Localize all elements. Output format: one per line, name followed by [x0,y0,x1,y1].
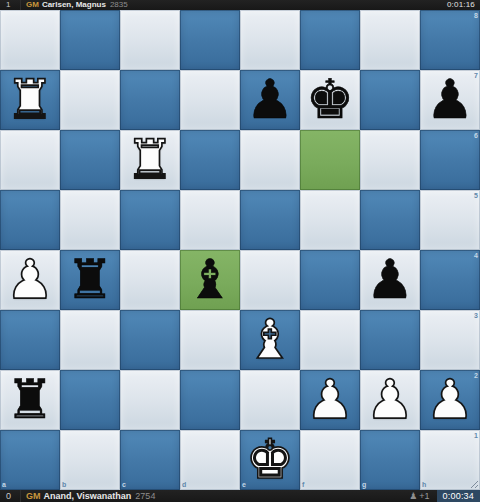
piece-white-rook[interactable]: ♜ [126,130,174,190]
piece-black-rook[interactable]: ♜ [6,370,54,430]
material-advantage: ♟ +1 [409,490,429,502]
square-d7[interactable] [180,70,240,130]
square-a5[interactable] [0,190,60,250]
file-label-c: c [122,481,126,488]
material-advantage-value: +1 [419,490,429,502]
piece-black-pawn[interactable]: ♟ [426,70,474,130]
square-f1[interactable]: f [300,430,360,490]
separator [20,490,21,502]
piece-white-pawn[interactable]: ♟ [6,250,54,310]
chess-board[interactable]: 8♜♟♚♟7♜65♟♜♝♟4♝3♜♟♟♟2abcd♚efgh1 [0,10,480,490]
square-a7[interactable]: ♜ [0,70,60,130]
square-b7[interactable] [60,70,120,130]
rank-label-3: 3 [474,312,478,319]
piece-white-pawn[interactable]: ♟ [366,370,414,430]
square-a8[interactable] [0,10,60,70]
file-label-g: g [362,481,366,488]
square-h3[interactable]: 3 [420,310,480,370]
square-b5[interactable] [60,190,120,250]
square-a2[interactable]: ♜ [0,370,60,430]
square-e8[interactable] [240,10,300,70]
square-e2[interactable] [240,370,300,430]
bottom-player-name: Anand, Viswanathan [44,490,132,502]
bottom-player-score: 0 [6,490,18,502]
rank-label-6: 6 [474,132,478,139]
square-h5[interactable]: 5 [420,190,480,250]
piece-white-rook[interactable]: ♜ [6,70,54,130]
piece-white-king[interactable]: ♚ [246,430,294,490]
file-label-b: b [62,481,66,488]
piece-white-bishop[interactable]: ♝ [246,310,294,370]
square-e5[interactable] [240,190,300,250]
square-h2[interactable]: ♟2 [420,370,480,430]
square-f5[interactable] [300,190,360,250]
square-g2[interactable]: ♟ [360,370,420,430]
square-c4[interactable] [120,250,180,310]
square-g1[interactable]: g [360,430,420,490]
file-label-d: d [182,481,186,488]
square-d6[interactable] [180,130,240,190]
square-b3[interactable] [60,310,120,370]
rank-label-7: 7 [474,72,478,79]
square-d8[interactable] [180,10,240,70]
square-f8[interactable] [300,10,360,70]
square-d4[interactable]: ♝ [180,250,240,310]
top-player-name: Carlsen, Magnus [42,0,106,10]
square-b8[interactable] [60,10,120,70]
piece-white-pawn[interactable]: ♟ [426,370,474,430]
file-label-h: h [422,481,426,488]
square-h7[interactable]: ♟7 [420,70,480,130]
square-b4[interactable]: ♜ [60,250,120,310]
piece-black-rook[interactable]: ♜ [66,250,114,310]
top-player-title: GM [26,0,39,10]
square-a3[interactable] [0,310,60,370]
square-c5[interactable] [120,190,180,250]
file-label-e: e [242,481,246,488]
piece-black-king[interactable]: ♚ [306,70,354,130]
top-player-rating: 2835 [110,0,128,10]
file-label-f: f [302,481,304,488]
square-h6[interactable]: 6 [420,130,480,190]
square-g8[interactable] [360,10,420,70]
square-f6[interactable] [300,130,360,190]
top-player-score: 1 [6,0,18,10]
bottom-player-title: GM [26,490,41,502]
square-b2[interactable] [60,370,120,430]
square-c8[interactable] [120,10,180,70]
rank-label-5: 5 [474,192,478,199]
square-h4[interactable]: 4 [420,250,480,310]
square-e7[interactable]: ♟ [240,70,300,130]
top-player-bar: 1 GM Carlsen, Magnus 2835 0:01:16 [0,0,480,10]
square-e4[interactable] [240,250,300,310]
square-f3[interactable] [300,310,360,370]
pawn-icon: ♟ [409,490,417,502]
square-b1[interactable]: b [60,430,120,490]
piece-black-pawn[interactable]: ♟ [246,70,294,130]
square-f7[interactable]: ♚ [300,70,360,130]
square-c3[interactable] [120,310,180,370]
piece-black-pawn[interactable]: ♟ [366,250,414,310]
square-d5[interactable] [180,190,240,250]
rank-label-1: 1 [474,432,478,439]
rank-label-4: 4 [474,252,478,259]
square-g4[interactable]: ♟ [360,250,420,310]
piece-white-pawn[interactable]: ♟ [306,370,354,430]
square-e6[interactable] [240,130,300,190]
square-d3[interactable] [180,310,240,370]
square-c2[interactable] [120,370,180,430]
square-e3[interactable]: ♝ [240,310,300,370]
square-g6[interactable] [360,130,420,190]
square-a4[interactable]: ♟ [0,250,60,310]
square-b6[interactable] [60,130,120,190]
square-c6[interactable]: ♜ [120,130,180,190]
resize-grip-icon[interactable] [470,480,479,489]
bottom-player-clock: 0:00:34 [437,490,480,502]
square-a1[interactable]: a [0,430,60,490]
file-label-a: a [2,481,6,488]
square-g3[interactable] [360,310,420,370]
top-player-clock: 0:01:16 [447,0,480,10]
rank-label-2: 2 [474,372,478,379]
separator [20,0,21,10]
square-g5[interactable] [360,190,420,250]
square-c7[interactable] [120,70,180,130]
square-f2[interactable]: ♟ [300,370,360,430]
square-f4[interactable] [300,250,360,310]
rank-label-8: 8 [474,12,478,19]
square-d2[interactable] [180,370,240,430]
square-d1[interactable]: d [180,430,240,490]
square-h8[interactable]: 8 [420,10,480,70]
square-e1[interactable]: ♚e [240,430,300,490]
bottom-player-rating: 2754 [135,490,155,502]
square-g7[interactable] [360,70,420,130]
piece-black-bishop[interactable]: ♝ [186,250,234,310]
bottom-player-bar: 0 GM Anand, Viswanathan 2754 ♟ +1 0:00:3… [0,490,480,502]
square-a6[interactable] [0,130,60,190]
square-c1[interactable]: c [120,430,180,490]
